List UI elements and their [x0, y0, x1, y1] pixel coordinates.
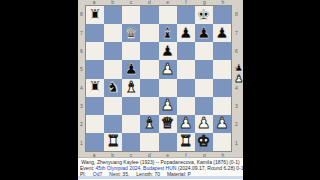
white-pawn-piece: ♟ [215, 116, 228, 131]
square-d7 [140, 24, 158, 42]
square-b4: ♞ [104, 79, 122, 97]
square-c3 [122, 97, 140, 115]
coord-label-8: 8 [79, 5, 84, 23]
square-a5 [86, 60, 104, 78]
black-pawn-piece: ♟ [179, 26, 192, 41]
coord-label-d: d [140, 0, 158, 5]
square-g8: ♚ [195, 6, 213, 24]
coord-label-4: 4 [79, 79, 84, 97]
coord-label-5: 5 [79, 60, 84, 78]
coord-label-h: h [214, 0, 232, 5]
square-f3 [177, 97, 195, 115]
square-f8 [177, 6, 195, 24]
square-h2: ♟ [213, 115, 231, 133]
file-labels-top: abcdefgh [85, 0, 232, 5]
white-queen-piece: ♛ [161, 116, 174, 131]
rank-labels-left: 87654321 [79, 5, 84, 152]
coord-label-6: 6 [79, 42, 84, 60]
square-d4 [140, 79, 158, 97]
square-g5 [195, 60, 213, 78]
white-rook-piece: ♜ [179, 134, 192, 149]
chess-board-wrap: abcdefgh ♜♚♛♝♟♟♟♟♟♟♜♞♝♟♝♛♟♟♟♜♜♚ abcdefgh… [85, 5, 232, 152]
square-a6 [86, 42, 104, 60]
square-b7 [104, 24, 122, 42]
white-pawn-piece: ♟ [179, 116, 192, 131]
black-pawn-piece: ♟ [197, 26, 210, 41]
square-b2 [104, 115, 122, 133]
white-pawn-piece: ♟ [161, 62, 174, 77]
black-queen-piece: ♛ [125, 26, 138, 41]
square-h1 [213, 133, 231, 151]
coord-label-6: 6 [234, 42, 239, 60]
black-bishop-piece: ♝ [161, 26, 174, 41]
black-pawn-piece: ♟ [161, 44, 174, 59]
square-h4 [213, 79, 231, 97]
square-a2 [86, 115, 104, 133]
square-e1 [159, 133, 177, 151]
square-f1: ♜ [177, 133, 195, 151]
white-king-piece: ♚ [197, 134, 210, 149]
black-pawn-piece: ♟ [215, 26, 228, 41]
square-h5 [213, 60, 231, 78]
square-g7: ♟ [195, 24, 213, 42]
square-d6 [140, 42, 158, 60]
square-c8 [122, 6, 140, 24]
coord-label-e: e [159, 0, 177, 5]
square-e5: ♟ [159, 60, 177, 78]
white-bishop-piece: ♝ [143, 116, 156, 131]
square-e2: ♛ [159, 115, 177, 133]
coord-label-f: f [177, 0, 195, 5]
square-g1: ♚ [195, 133, 213, 151]
coord-label-3: 3 [234, 97, 239, 115]
white-pawn-piece: ♟ [161, 98, 174, 113]
event-line: Event: 45th Olympiad 2024, Budapest HUN … [78, 165, 243, 171]
square-c6 [122, 42, 140, 60]
black-pawn-piece: ♟ [125, 62, 138, 77]
square-e7: ♝ [159, 24, 177, 42]
square-f2: ♟ [177, 115, 195, 133]
coord-label-7: 7 [79, 23, 84, 41]
square-d8 [140, 6, 158, 24]
square-c1 [122, 133, 140, 151]
coord-label-2: 2 [234, 115, 239, 133]
coord-label-g: g [195, 0, 213, 5]
square-f4 [177, 79, 195, 97]
square-f6 [177, 42, 195, 60]
square-e8 [159, 6, 177, 24]
square-h3 [213, 97, 231, 115]
coord-label-7: 7 [234, 23, 239, 41]
square-a8: ♜ [86, 6, 104, 24]
square-g3 [195, 97, 213, 115]
white-pawn-piece: ♟ [197, 116, 210, 131]
square-f5 [177, 60, 195, 78]
black-knight-piece: ♞ [106, 80, 119, 95]
square-e3: ♟ [159, 97, 177, 115]
square-d2: ♝ [140, 115, 158, 133]
square-e4 [159, 79, 177, 97]
square-c7: ♛ [122, 24, 140, 42]
coord-label-1: 1 [234, 134, 239, 152]
diagram-panel: abcdefgh ♜♚♛♝♟♟♟♟♟♟♜♞♝♟♝♛♟♟♟♜♜♚ abcdefgh… [78, 0, 243, 180]
square-e6: ♟ [159, 42, 177, 60]
coord-label-1: 1 [79, 134, 84, 152]
white-bishop-piece: ♝ [125, 80, 138, 95]
square-b6 [104, 42, 122, 60]
square-a7 [86, 24, 104, 42]
coord-label-2: 2 [79, 115, 84, 133]
square-a1 [86, 133, 104, 151]
white-pawn-captured-icon: ♟ [235, 73, 244, 84]
square-f7: ♟ [177, 24, 195, 42]
black-rook-piece: ♜ [88, 8, 101, 23]
progress-strip [78, 176, 243, 179]
coord-label-b: b [103, 0, 121, 5]
square-h8 [213, 6, 231, 24]
square-b1: ♜ [104, 133, 122, 151]
square-d5 [140, 60, 158, 78]
coord-label-a: a [85, 0, 103, 5]
square-h6 [213, 42, 231, 60]
coord-label-c: c [122, 0, 140, 5]
coord-label-3: 3 [79, 97, 84, 115]
chess-board: ♜♚♛♝♟♟♟♟♟♟♜♞♝♟♝♛♟♟♟♜♜♚ [85, 5, 232, 152]
square-b5 [104, 60, 122, 78]
square-c4: ♝ [122, 79, 140, 97]
video-frame: abcdefgh ♜♚♛♝♟♟♟♟♟♟♜♞♝♟♝♛♟♟♟♜♜♚ abcdefgh… [0, 0, 320, 180]
square-g4 [195, 79, 213, 97]
square-a3 [86, 97, 104, 115]
square-g2: ♟ [195, 115, 213, 133]
square-a4: ♜ [86, 79, 104, 97]
coord-label-8: 8 [234, 5, 239, 23]
square-h7: ♟ [213, 24, 231, 42]
white-rook-piece: ♜ [106, 134, 119, 149]
square-d1 [140, 133, 158, 151]
square-b3 [104, 97, 122, 115]
black-king-piece: ♚ [197, 8, 210, 23]
black-pawn-captured-icon: ♟ [235, 62, 244, 73]
square-b8 [104, 6, 122, 24]
black-rook-piece: ♜ [88, 80, 101, 95]
square-c5: ♟ [122, 60, 140, 78]
game-caption: Wang, Zhenyuang Kaylee (1923) -- Popadan… [78, 157, 243, 180]
square-g6 [195, 42, 213, 60]
material-tray: ♟♟ [234, 62, 244, 84]
square-d3 [140, 97, 158, 115]
square-c2 [122, 115, 140, 133]
